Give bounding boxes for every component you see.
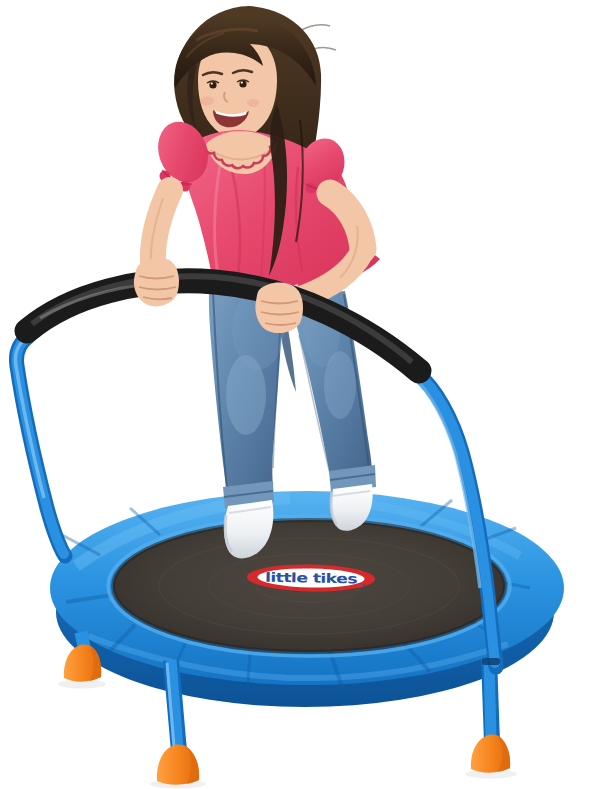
post-clamp [482, 658, 500, 665]
eye-highlight [241, 82, 243, 84]
logo-text: little tikes [265, 570, 358, 587]
logo-trademark: ® [361, 583, 366, 588]
left-cheek-blush [200, 97, 214, 106]
photo-illustration: little tikes ® [0, 0, 600, 789]
product-photo: little tikes ® [0, 0, 600, 789]
trampoline: little tikes ® [15, 336, 564, 785]
eye-highlight [211, 83, 213, 85]
left-eye [209, 81, 216, 88]
left-post [17, 336, 66, 556]
right-cheek-blush [247, 99, 259, 107]
right-eye [239, 80, 246, 87]
